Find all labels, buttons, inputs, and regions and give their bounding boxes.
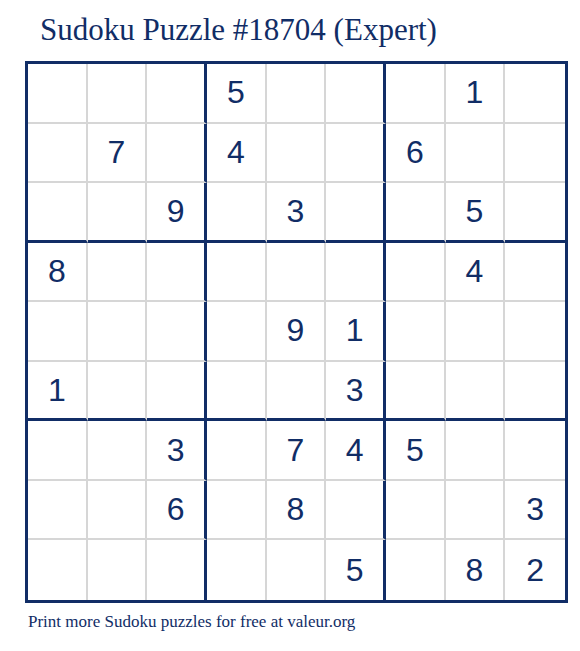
cell-r4c6[interactable]	[326, 243, 386, 303]
cell-r5c6[interactable]: 1	[326, 302, 386, 362]
cell-r1c9[interactable]	[505, 64, 565, 124]
cell-r9c5[interactable]	[267, 540, 327, 600]
cell-r9c8[interactable]: 8	[446, 540, 506, 600]
cell-r3c7[interactable]	[386, 183, 446, 243]
cell-r4c9[interactable]	[505, 243, 565, 303]
cell-r5c5[interactable]: 9	[267, 302, 327, 362]
cell-r8c3[interactable]: 6	[147, 481, 207, 541]
cell-r4c5[interactable]	[267, 243, 327, 303]
cell-r6c7[interactable]	[386, 362, 446, 422]
cell-r5c2[interactable]	[88, 302, 148, 362]
cell-r3c4[interactable]	[207, 183, 267, 243]
cell-r6c8[interactable]	[446, 362, 506, 422]
cell-r4c7[interactable]	[386, 243, 446, 303]
cell-r4c3[interactable]	[147, 243, 207, 303]
cell-r1c2[interactable]	[88, 64, 148, 124]
cell-r4c1[interactable]: 8	[28, 243, 88, 303]
cell-r4c2[interactable]	[88, 243, 148, 303]
sudoku-board: 517469358491133745683582	[25, 61, 568, 603]
cell-r3c6[interactable]	[326, 183, 386, 243]
cell-r8c7[interactable]	[386, 481, 446, 541]
cell-r5c4[interactable]	[207, 302, 267, 362]
cell-r8c4[interactable]	[207, 481, 267, 541]
cell-r7c1[interactable]	[28, 421, 88, 481]
cell-r2c7[interactable]: 6	[386, 124, 446, 184]
cell-r1c8[interactable]: 1	[446, 64, 506, 124]
cell-r6c3[interactable]	[147, 362, 207, 422]
cell-r8c2[interactable]	[88, 481, 148, 541]
cell-r3c9[interactable]	[505, 183, 565, 243]
cell-r7c2[interactable]	[88, 421, 148, 481]
cell-r3c3[interactable]: 9	[147, 183, 207, 243]
cell-r7c5[interactable]: 7	[267, 421, 327, 481]
cell-r8c5[interactable]: 8	[267, 481, 327, 541]
cell-r9c6[interactable]: 5	[326, 540, 386, 600]
puzzle-title: Sudoku Puzzle #18704 (Expert)	[40, 12, 437, 48]
cell-r1c3[interactable]	[147, 64, 207, 124]
cell-r2c2[interactable]: 7	[88, 124, 148, 184]
cell-r9c7[interactable]	[386, 540, 446, 600]
footer-text: Print more Sudoku puzzles for free at va…	[28, 612, 355, 632]
cell-r2c5[interactable]	[267, 124, 327, 184]
cell-r2c3[interactable]	[147, 124, 207, 184]
cell-r1c6[interactable]	[326, 64, 386, 124]
cell-r8c9[interactable]: 3	[505, 481, 565, 541]
cell-r7c8[interactable]	[446, 421, 506, 481]
cell-r7c9[interactable]	[505, 421, 565, 481]
cell-r9c3[interactable]	[147, 540, 207, 600]
cell-r2c6[interactable]	[326, 124, 386, 184]
cell-r1c1[interactable]	[28, 64, 88, 124]
cell-r8c6[interactable]	[326, 481, 386, 541]
cell-r2c9[interactable]	[505, 124, 565, 184]
cell-r1c4[interactable]: 5	[207, 64, 267, 124]
cell-r8c1[interactable]	[28, 481, 88, 541]
cell-r2c8[interactable]	[446, 124, 506, 184]
cell-r9c9[interactable]: 2	[505, 540, 565, 600]
cell-r3c5[interactable]: 3	[267, 183, 327, 243]
cell-r9c4[interactable]	[207, 540, 267, 600]
cell-r6c1[interactable]: 1	[28, 362, 88, 422]
page: Sudoku Puzzle #18704 (Expert) 5174693584…	[0, 0, 580, 651]
cell-r7c6[interactable]: 4	[326, 421, 386, 481]
cell-r5c7[interactable]	[386, 302, 446, 362]
cell-r6c4[interactable]	[207, 362, 267, 422]
cell-r7c7[interactable]: 5	[386, 421, 446, 481]
cell-r6c5[interactable]	[267, 362, 327, 422]
cell-r4c8[interactable]: 4	[446, 243, 506, 303]
cell-r4c4[interactable]	[207, 243, 267, 303]
cell-r6c2[interactable]	[88, 362, 148, 422]
cell-r5c9[interactable]	[505, 302, 565, 362]
cell-r3c8[interactable]: 5	[446, 183, 506, 243]
cell-r2c4[interactable]: 4	[207, 124, 267, 184]
cell-r6c6[interactable]: 3	[326, 362, 386, 422]
cell-r6c9[interactable]	[505, 362, 565, 422]
cell-r1c5[interactable]	[267, 64, 327, 124]
cell-r2c1[interactable]	[28, 124, 88, 184]
cell-r7c4[interactable]	[207, 421, 267, 481]
cell-r5c8[interactable]	[446, 302, 506, 362]
cell-r3c2[interactable]	[88, 183, 148, 243]
cell-r9c2[interactable]	[88, 540, 148, 600]
cell-r3c1[interactable]	[28, 183, 88, 243]
cell-r8c8[interactable]	[446, 481, 506, 541]
cell-r5c1[interactable]	[28, 302, 88, 362]
cell-r7c3[interactable]: 3	[147, 421, 207, 481]
cell-r5c3[interactable]	[147, 302, 207, 362]
cell-r1c7[interactable]	[386, 64, 446, 124]
cell-r9c1[interactable]	[28, 540, 88, 600]
